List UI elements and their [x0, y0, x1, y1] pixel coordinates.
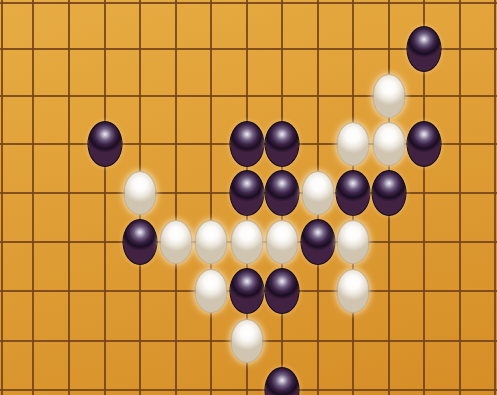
- white-stone: ○: [195, 220, 228, 264]
- grid-line-vertical: [210, 0, 212, 395]
- black-stone: ●: [265, 268, 300, 314]
- white-stone: ○: [337, 269, 370, 313]
- black-stone: ●: [301, 219, 336, 265]
- white-stone: ○: [231, 319, 264, 363]
- grid-line-vertical: [1, 0, 3, 395]
- white-stone: ○: [124, 171, 157, 215]
- black-stone: ●: [372, 170, 407, 216]
- grid-line-horizontal: [0, 95, 497, 97]
- black-stone: ●: [230, 268, 265, 314]
- black-stone: ●: [123, 219, 158, 265]
- grid-line-vertical: [68, 0, 70, 395]
- black-stone: ●: [230, 121, 265, 167]
- white-stone: ○: [337, 122, 370, 166]
- white-stone: ○: [266, 220, 299, 264]
- black-stone: ●: [88, 121, 123, 167]
- black-stone: ●: [407, 121, 442, 167]
- black-stone: ●: [265, 121, 300, 167]
- grid-line-vertical: [104, 0, 106, 395]
- grid-line-vertical: [459, 0, 461, 395]
- white-stone: ○: [337, 220, 370, 264]
- white-stone: ○: [302, 171, 335, 215]
- black-stone: ●: [230, 170, 265, 216]
- grid-line-horizontal: [0, 389, 497, 391]
- black-stone: ●: [336, 170, 371, 216]
- black-stone: ●: [265, 170, 300, 216]
- white-stone: ○: [231, 220, 264, 264]
- grid-line-horizontal: [0, 2, 497, 4]
- black-stone: ●: [407, 26, 442, 72]
- white-stone: ○: [373, 122, 406, 166]
- grid-line-vertical: [494, 0, 496, 395]
- black-stone: ●: [265, 367, 300, 395]
- white-stone: ○: [373, 74, 406, 118]
- game-window: ●○●●●○○●○●●○●●●○○○○●○○●●○○●: [0, 0, 497, 395]
- white-stone: ○: [195, 269, 228, 313]
- goban-board[interactable]: ●○●●●○○●○●●○●●●○○○○●○○●●○○●: [0, 0, 497, 395]
- grid-line-vertical: [175, 0, 177, 395]
- grid-line-vertical: [32, 0, 34, 395]
- white-stone: ○: [160, 220, 193, 264]
